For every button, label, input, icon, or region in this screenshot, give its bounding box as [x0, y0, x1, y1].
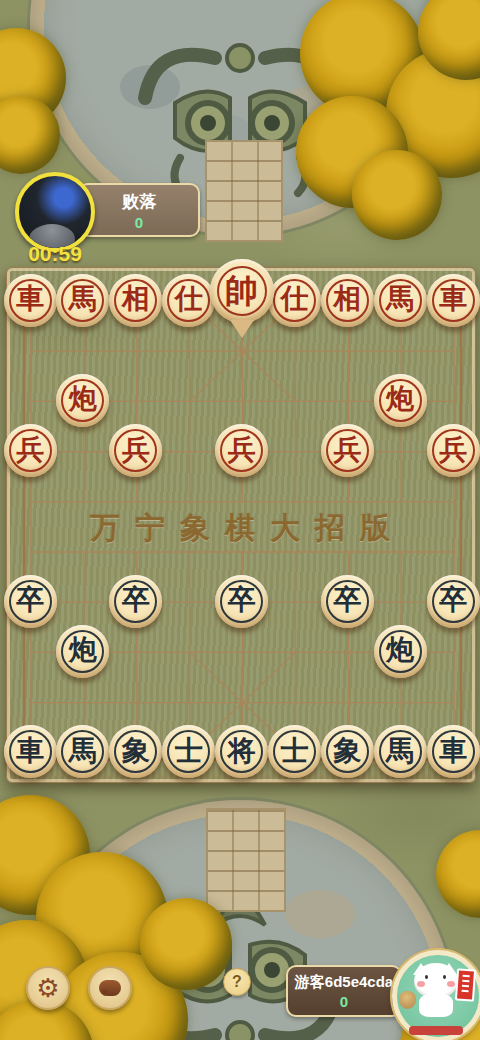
piece-glyph: 炮 — [386, 636, 414, 664]
game-screen: 万宁象棋大招版 車馬相仕帥仕相馬車炮炮兵兵兵兵兵卒卒卒卒卒炮炮車馬象士将士象馬車… — [0, 0, 480, 1040]
piece-glyph: 仕 — [280, 285, 308, 313]
piece-red-r0c0[interactable]: 車 — [4, 274, 57, 327]
piece-black-r9c7[interactable]: 馬 — [374, 725, 427, 778]
player-name: 游客6d5e4cda — [288, 973, 400, 992]
piece-glyph: 卒 — [333, 586, 361, 614]
piece-black-r9c8[interactable]: 車 — [427, 725, 480, 778]
piece-glyph: 相 — [122, 285, 150, 313]
piece-glyph: 相 — [333, 285, 361, 313]
piece-glyph: 兵 — [16, 436, 44, 464]
piece-black-r6c4[interactable]: 卒 — [215, 575, 268, 628]
piece-glyph: 将 — [228, 737, 256, 765]
tree — [436, 830, 480, 918]
gear-icon: ⚙ — [36, 975, 59, 1001]
piece-glyph: 炮 — [69, 385, 97, 413]
piece-red-r0c7[interactable]: 馬 — [374, 274, 427, 327]
chat-bubble-icon — [99, 980, 121, 996]
player-avatar[interactable] — [392, 950, 480, 1040]
piece-red-r0c2[interactable]: 相 — [109, 274, 162, 327]
piece-glyph: 卒 — [439, 586, 467, 614]
opponent-name-plate: 败落 0 — [78, 183, 200, 237]
cat-eye — [443, 975, 446, 979]
stone-path-bottom — [206, 808, 286, 912]
piece-black-r6c0[interactable]: 卒 — [4, 575, 57, 628]
tree — [352, 150, 442, 240]
stone-path-top — [205, 140, 283, 242]
piece-red-r2c1[interactable]: 炮 — [56, 374, 109, 427]
opponent-timer: 00:59 — [10, 242, 100, 266]
player-name-plate: 游客6d5e4cda 0 — [286, 965, 402, 1017]
cat-cheek — [447, 981, 455, 987]
piece-red-r0c4[interactable]: 帥 — [210, 259, 274, 323]
piece-glyph: 兵 — [439, 436, 467, 464]
piece-glyph: 士 — [175, 737, 203, 765]
piece-black-r9c6[interactable]: 象 — [321, 725, 374, 778]
settings-button[interactable]: ⚙ — [26, 966, 70, 1010]
piece-glyph: 士 — [280, 737, 308, 765]
piece-red-r0c5[interactable]: 仕 — [268, 274, 321, 327]
piece-black-r6c6[interactable]: 卒 — [321, 575, 374, 628]
money-bag — [399, 991, 416, 1009]
piece-glyph: 卒 — [122, 586, 150, 614]
piece-red-r3c2[interactable]: 兵 — [109, 424, 162, 477]
river-banner: 万宁象棋大招版 — [0, 508, 480, 549]
piece-glyph: 馬 — [69, 285, 97, 313]
piece-black-r7c7[interactable]: 炮 — [374, 625, 427, 678]
piece-glyph: 馬 — [386, 285, 414, 313]
player-score: 0 — [288, 993, 400, 1010]
cat-cheek — [417, 981, 425, 987]
tree — [140, 898, 232, 990]
piece-glyph: 兵 — [228, 436, 256, 464]
cat-eye — [425, 975, 428, 979]
piece-red-r3c6[interactable]: 兵 — [321, 424, 374, 477]
chat-button[interactable] — [88, 966, 132, 1010]
piece-red-r3c8[interactable]: 兵 — [427, 424, 480, 477]
piece-red-r2c7[interactable]: 炮 — [374, 374, 427, 427]
piece-red-r3c0[interactable]: 兵 — [4, 424, 57, 477]
help-button[interactable]: ? — [223, 968, 251, 996]
piece-glyph: 卒 — [228, 586, 256, 614]
piece-glyph: 兵 — [333, 436, 361, 464]
lucky-sign — [455, 968, 476, 1001]
piece-glyph: 仕 — [175, 285, 203, 313]
opponent-name: 败落 — [80, 190, 198, 213]
opponent-score: 0 — [80, 214, 198, 231]
opponent-avatar[interactable] — [15, 172, 95, 252]
piece-glyph: 馬 — [69, 737, 97, 765]
piece-glyph: 車 — [439, 737, 467, 765]
piece-glyph: 炮 — [386, 385, 414, 413]
piece-black-r6c8[interactable]: 卒 — [427, 575, 480, 628]
piece-red-r0c8[interactable]: 車 — [427, 274, 480, 327]
piece-black-r9c0[interactable]: 車 — [4, 725, 57, 778]
piece-red-r3c4[interactable]: 兵 — [215, 424, 268, 477]
piece-red-r0c6[interactable]: 相 — [321, 274, 374, 327]
piece-glyph: 卒 — [16, 586, 44, 614]
piece-glyph: 兵 — [122, 436, 150, 464]
piece-red-r0c1[interactable]: 馬 — [56, 274, 109, 327]
piece-glyph: 車 — [16, 285, 44, 313]
piece-glyph: 馬 — [386, 737, 414, 765]
piece-glyph: 車 — [439, 285, 467, 313]
piece-black-r9c5[interactable]: 士 — [268, 725, 321, 778]
piece-black-r9c4[interactable]: 将 — [215, 725, 268, 778]
piece-glyph: 炮 — [69, 636, 97, 664]
piece-glyph: 象 — [122, 737, 150, 765]
piece-black-r7c1[interactable]: 炮 — [56, 625, 109, 678]
piece-black-r6c2[interactable]: 卒 — [109, 575, 162, 628]
cat-base — [409, 1026, 463, 1035]
piece-red-r0c3[interactable]: 仕 — [162, 274, 215, 327]
piece-glyph: 帥 — [225, 274, 258, 307]
piece-glyph: 車 — [16, 737, 44, 765]
piece-glyph: 象 — [333, 737, 361, 765]
cat-body — [419, 993, 453, 1017]
